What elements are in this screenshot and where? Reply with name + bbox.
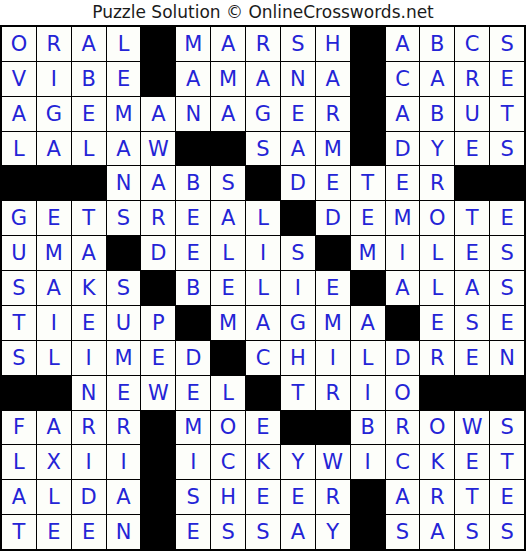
cell-r14c8: E <box>246 480 280 514</box>
block-r4c7 <box>211 132 245 166</box>
cell-r12c1: F <box>2 411 36 445</box>
block-r5c8 <box>246 166 280 200</box>
block-r4c11 <box>351 132 385 166</box>
cell-r3c5: A <box>141 97 175 131</box>
cell-r15c12: S <box>386 515 420 549</box>
cell-r10c8: C <box>246 341 280 375</box>
cell-r5c7: S <box>211 166 245 200</box>
cell-r8c15: S <box>490 271 524 305</box>
cell-r6c14: T <box>455 201 489 235</box>
cell-r5c9: D <box>281 166 315 200</box>
cell-r9c11: A <box>351 306 385 340</box>
cell-r8c6: B <box>176 271 210 305</box>
cell-r4c10: M <box>316 132 350 166</box>
cell-r4c2: A <box>37 132 71 166</box>
block-r12c10 <box>316 411 350 445</box>
cell-r9c8: A <box>246 306 280 340</box>
cell-r13c15: T <box>490 445 524 479</box>
block-r3c11 <box>351 97 385 131</box>
cell-r13c3: I <box>72 445 106 479</box>
cell-r10c13: R <box>420 341 454 375</box>
cell-r13c12: C <box>386 445 420 479</box>
cell-r13c7: C <box>211 445 245 479</box>
cell-r2c2: I <box>37 62 71 96</box>
cell-r14c10: R <box>316 480 350 514</box>
cell-r8c13: L <box>420 271 454 305</box>
cell-r12c8: E <box>246 411 280 445</box>
cell-r7c7: L <box>211 236 245 270</box>
block-r12c5 <box>141 411 175 445</box>
cell-r2c6: A <box>176 62 210 96</box>
cell-r7c12: I <box>386 236 420 270</box>
cell-r15c10: Y <box>316 515 350 549</box>
cell-r13c6: I <box>176 445 210 479</box>
cell-r7c8: I <box>246 236 280 270</box>
cell-r12c4: R <box>107 411 141 445</box>
cell-r11c12: O <box>386 376 420 410</box>
cell-r10c4: M <box>107 341 141 375</box>
block-r11c1 <box>2 376 36 410</box>
crossword-grid: ORALMARSHABCSVIBEAMANACAREAGEMANAGERABUT… <box>0 25 526 551</box>
block-r5c2 <box>37 166 71 200</box>
cell-r1c6: M <box>176 27 210 61</box>
cell-r12c6: M <box>176 411 210 445</box>
cell-r9c14: S <box>455 306 489 340</box>
block-r6c9 <box>281 201 315 235</box>
cell-r4c9: A <box>281 132 315 166</box>
block-r9c6 <box>176 306 210 340</box>
cell-r14c13: R <box>420 480 454 514</box>
cell-r4c5: W <box>141 132 175 166</box>
cell-r3c8: G <box>246 97 280 131</box>
cell-r10c5: E <box>141 341 175 375</box>
block-r11c2 <box>37 376 71 410</box>
block-r11c8 <box>246 376 280 410</box>
cell-r10c10: I <box>316 341 350 375</box>
cell-r2c9: N <box>281 62 315 96</box>
cell-r14c2: L <box>37 480 71 514</box>
page-title: Puzzle Solution © OnlineCrosswords.net <box>0 0 526 25</box>
cell-r6c12: M <box>386 201 420 235</box>
cell-r14c1: A <box>2 480 36 514</box>
cell-r13c13: K <box>420 445 454 479</box>
cell-r12c15: S <box>490 411 524 445</box>
block-r8c11 <box>351 271 385 305</box>
cell-r8c10: E <box>316 271 350 305</box>
cell-r6c4: S <box>107 201 141 235</box>
cell-r1c9: S <box>281 27 315 61</box>
cell-r3c2: G <box>37 97 71 131</box>
block-r5c1 <box>2 166 36 200</box>
cell-r1c14: C <box>455 27 489 61</box>
cell-r8c8: L <box>246 271 280 305</box>
cell-r6c3: T <box>72 201 106 235</box>
cell-r3c9: E <box>281 97 315 131</box>
cell-r3c6: N <box>176 97 210 131</box>
cell-r6c7: A <box>211 201 245 235</box>
cell-r9c15: E <box>490 306 524 340</box>
block-r11c15 <box>490 376 524 410</box>
cell-r14c14: T <box>455 480 489 514</box>
cell-r13c8: K <box>246 445 280 479</box>
cell-r14c4: A <box>107 480 141 514</box>
cell-r4c1: L <box>2 132 36 166</box>
cell-r12c2: A <box>37 411 71 445</box>
cell-r10c9: H <box>281 341 315 375</box>
cell-r2c1: V <box>2 62 36 96</box>
cell-r14c3: D <box>72 480 106 514</box>
cell-r14c15: E <box>490 480 524 514</box>
block-r5c14 <box>455 166 489 200</box>
cell-r4c13: Y <box>420 132 454 166</box>
cell-r7c15: S <box>490 236 524 270</box>
block-r14c11 <box>351 480 385 514</box>
cell-r9c13: E <box>420 306 454 340</box>
cell-r7c9: S <box>281 236 315 270</box>
block-r10c7 <box>211 341 245 375</box>
cell-r7c2: M <box>37 236 71 270</box>
block-r1c5 <box>141 27 175 61</box>
block-r13c5 <box>141 445 175 479</box>
cell-r7c6: E <box>176 236 210 270</box>
cell-r6c10: D <box>316 201 350 235</box>
cell-r12c14: W <box>455 411 489 445</box>
cell-r2c3: B <box>72 62 106 96</box>
cell-r9c5: P <box>141 306 175 340</box>
cell-r8c7: E <box>211 271 245 305</box>
cell-r5c13: R <box>420 166 454 200</box>
cell-r3c3: E <box>72 97 106 131</box>
cell-r5c4: N <box>107 166 141 200</box>
cell-r13c11: I <box>351 445 385 479</box>
cell-r2c12: C <box>386 62 420 96</box>
cell-r7c13: L <box>420 236 454 270</box>
block-r12c9 <box>281 411 315 445</box>
cell-r6c6: E <box>176 201 210 235</box>
cell-r1c2: R <box>37 27 71 61</box>
cell-r7c3: A <box>72 236 106 270</box>
cell-r11c11: I <box>351 376 385 410</box>
cell-r11c7: L <box>211 376 245 410</box>
cell-r7c5: D <box>141 236 175 270</box>
cell-r1c13: B <box>420 27 454 61</box>
cell-r1c10: H <box>316 27 350 61</box>
block-r8c5 <box>141 271 175 305</box>
cell-r9c3: E <box>72 306 106 340</box>
block-r7c10 <box>316 236 350 270</box>
cell-r8c1: S <box>2 271 36 305</box>
cell-r13c1: L <box>2 445 36 479</box>
block-r11c13 <box>420 376 454 410</box>
cell-r3c7: A <box>211 97 245 131</box>
cell-r12c13: O <box>420 411 454 445</box>
cell-r6c11: E <box>351 201 385 235</box>
cell-r3c14: U <box>455 97 489 131</box>
cell-r11c3: N <box>72 376 106 410</box>
cell-r6c1: G <box>2 201 36 235</box>
cell-r5c10: E <box>316 166 350 200</box>
cell-r3c1: A <box>2 97 36 131</box>
cell-r14c6: S <box>176 480 210 514</box>
cell-r11c5: W <box>141 376 175 410</box>
cell-r15c3: E <box>72 515 106 549</box>
cell-r10c1: S <box>2 341 36 375</box>
cell-r12c7: O <box>211 411 245 445</box>
cell-r10c12: D <box>386 341 420 375</box>
cell-r2c14: R <box>455 62 489 96</box>
cell-r15c14: S <box>455 515 489 549</box>
cell-r15c2: E <box>37 515 71 549</box>
cell-r13c2: X <box>37 445 71 479</box>
cell-r9c2: I <box>37 306 71 340</box>
cell-r9c10: M <box>316 306 350 340</box>
cell-r13c14: E <box>455 445 489 479</box>
cell-r1c15: S <box>490 27 524 61</box>
cell-r15c9: A <box>281 515 315 549</box>
block-r14c5 <box>141 480 175 514</box>
block-r4c6 <box>176 132 210 166</box>
cell-r11c6: E <box>176 376 210 410</box>
cell-r15c6: E <box>176 515 210 549</box>
cell-r10c11: L <box>351 341 385 375</box>
cell-r2c13: A <box>420 62 454 96</box>
cell-r6c8: L <box>246 201 280 235</box>
cell-r3c15: T <box>490 97 524 131</box>
cell-r13c4: I <box>107 445 141 479</box>
cell-r4c12: D <box>386 132 420 166</box>
cell-r3c10: R <box>316 97 350 131</box>
cell-r14c12: A <box>386 480 420 514</box>
cell-r2c10: A <box>316 62 350 96</box>
block-r1c11 <box>351 27 385 61</box>
cell-r10c3: I <box>72 341 106 375</box>
cell-r11c4: E <box>107 376 141 410</box>
cell-r2c15: E <box>490 62 524 96</box>
cell-r6c2: E <box>37 201 71 235</box>
cell-r5c6: B <box>176 166 210 200</box>
block-r15c11 <box>351 515 385 549</box>
block-r2c5 <box>141 62 175 96</box>
cell-r13c9: Y <box>281 445 315 479</box>
cell-r9c7: M <box>211 306 245 340</box>
cell-r4c8: S <box>246 132 280 166</box>
cell-r6c5: R <box>141 201 175 235</box>
cell-r4c14: E <box>455 132 489 166</box>
cell-r9c4: U <box>107 306 141 340</box>
cell-r4c15: S <box>490 132 524 166</box>
cell-r9c9: G <box>281 306 315 340</box>
cell-r14c7: H <box>211 480 245 514</box>
cell-r7c14: E <box>455 236 489 270</box>
cell-r7c11: M <box>351 236 385 270</box>
cell-r12c3: R <box>72 411 106 445</box>
block-r5c15 <box>490 166 524 200</box>
cell-r10c15: N <box>490 341 524 375</box>
cell-r8c12: A <box>386 271 420 305</box>
cell-r12c12: R <box>386 411 420 445</box>
cell-r13c10: W <box>316 445 350 479</box>
cell-r6c15: E <box>490 201 524 235</box>
cell-r15c15: S <box>490 515 524 549</box>
block-r9c12 <box>386 306 420 340</box>
cell-r2c4: E <box>107 62 141 96</box>
cell-r15c7: S <box>211 515 245 549</box>
cell-r4c3: L <box>72 132 106 166</box>
cell-r3c12: A <box>386 97 420 131</box>
cell-r5c12: E <box>386 166 420 200</box>
cell-r1c3: A <box>72 27 106 61</box>
cell-r11c9: T <box>281 376 315 410</box>
cell-r3c4: M <box>107 97 141 131</box>
cell-r5c11: T <box>351 166 385 200</box>
block-r2c11 <box>351 62 385 96</box>
cell-r2c7: M <box>211 62 245 96</box>
cell-r6c13: O <box>420 201 454 235</box>
cell-r14c9: E <box>281 480 315 514</box>
cell-r9c1: T <box>2 306 36 340</box>
block-r15c5 <box>141 515 175 549</box>
cell-r11c10: R <box>316 376 350 410</box>
cell-r1c4: L <box>107 27 141 61</box>
cell-r8c14: A <box>455 271 489 305</box>
cell-r7c1: U <box>2 236 36 270</box>
puzzle-solution-page: Puzzle Solution © OnlineCrosswords.net O… <box>0 0 526 551</box>
cell-r8c4: S <box>107 271 141 305</box>
cell-r8c2: A <box>37 271 71 305</box>
cell-r10c6: D <box>176 341 210 375</box>
cell-r15c13: A <box>420 515 454 549</box>
cell-r15c1: T <box>2 515 36 549</box>
cell-r1c12: A <box>386 27 420 61</box>
cell-r12c11: B <box>351 411 385 445</box>
cell-r1c7: A <box>211 27 245 61</box>
cell-r2c8: A <box>246 62 280 96</box>
cell-r5c5: A <box>141 166 175 200</box>
block-r11c14 <box>455 376 489 410</box>
cell-r10c14: E <box>455 341 489 375</box>
cell-r15c4: N <box>107 515 141 549</box>
block-r7c4 <box>107 236 141 270</box>
cell-r4c4: A <box>107 132 141 166</box>
cell-r15c8: S <box>246 515 280 549</box>
cell-r10c2: L <box>37 341 71 375</box>
cell-r1c8: R <box>246 27 280 61</box>
block-r5c3 <box>72 166 106 200</box>
cell-r3c13: B <box>420 97 454 131</box>
cell-r8c3: K <box>72 271 106 305</box>
cell-r1c1: O <box>2 27 36 61</box>
cell-r8c9: I <box>281 271 315 305</box>
